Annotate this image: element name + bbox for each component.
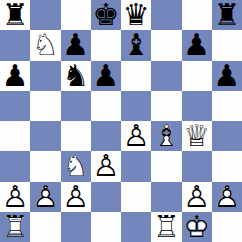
square-f4[interactable]: ♝♗	[151, 121, 181, 151]
square-g3[interactable]	[182, 151, 212, 181]
square-b4[interactable]	[30, 121, 60, 151]
square-g6[interactable]	[182, 61, 212, 91]
square-a8[interactable]: ♜	[0, 0, 30, 30]
square-c3[interactable]: ♞♘	[61, 151, 91, 181]
square-c5[interactable]	[61, 91, 91, 121]
white-pawn-outline: ♙	[121, 121, 151, 151]
square-a7[interactable]	[0, 30, 30, 60]
white-bishop[interactable]: ♝♗	[151, 121, 181, 151]
white-king[interactable]: ♚♔	[182, 212, 212, 242]
square-b1[interactable]	[30, 212, 60, 242]
square-a4[interactable]	[0, 121, 30, 151]
white-rook-outline: ♖	[151, 212, 181, 242]
square-f2[interactable]	[151, 182, 181, 212]
square-h2[interactable]: ♟♙	[212, 182, 242, 212]
black-pawn-glyph: ♟	[212, 61, 242, 91]
square-c1[interactable]	[61, 212, 91, 242]
square-b2[interactable]: ♟♙	[30, 182, 60, 212]
square-e4[interactable]: ♟♙	[121, 121, 151, 151]
black-bishop-glyph: ♝	[121, 30, 151, 60]
black-pawn-glyph: ♟	[91, 61, 121, 91]
white-pawn[interactable]: ♟♙	[30, 182, 60, 212]
square-a1[interactable]: ♜♖	[0, 212, 30, 242]
white-pawn-outline: ♙	[61, 182, 91, 212]
square-g8[interactable]	[182, 0, 212, 30]
white-pawn[interactable]: ♟♙	[0, 182, 30, 212]
square-h8[interactable]: ♜	[212, 0, 242, 30]
square-c6[interactable]: ♞	[61, 61, 91, 91]
square-f8[interactable]	[151, 0, 181, 30]
black-pawn[interactable]: ♟	[182, 30, 212, 60]
square-b3[interactable]	[30, 151, 60, 181]
square-d7[interactable]	[91, 30, 121, 60]
square-f1[interactable]: ♜♖	[151, 212, 181, 242]
square-c7[interactable]: ♟	[61, 30, 91, 60]
square-f7[interactable]	[151, 30, 181, 60]
square-e8[interactable]: ♛	[121, 0, 151, 30]
black-king[interactable]: ♚	[91, 0, 121, 30]
square-b6[interactable]	[30, 61, 60, 91]
white-knight-outline: ♘	[61, 151, 91, 181]
black-rook-glyph: ♜	[212, 0, 242, 30]
white-queen[interactable]: ♛♕	[182, 121, 212, 151]
black-pawn-glyph: ♟	[0, 61, 30, 91]
white-rook[interactable]: ♜♖	[151, 212, 181, 242]
square-e7[interactable]: ♝	[121, 30, 151, 60]
black-rook[interactable]: ♜	[212, 0, 242, 30]
white-pawn[interactable]: ♟♙	[91, 151, 121, 181]
black-bishop[interactable]: ♝	[121, 30, 151, 60]
square-c8[interactable]	[61, 0, 91, 30]
white-pawn-outline: ♙	[212, 182, 242, 212]
square-b5[interactable]	[30, 91, 60, 121]
square-e1[interactable]	[121, 212, 151, 242]
black-king-glyph: ♚	[91, 0, 121, 30]
square-e3[interactable]	[121, 151, 151, 181]
square-g5[interactable]	[182, 91, 212, 121]
square-d4[interactable]	[91, 121, 121, 151]
square-d3[interactable]: ♟♙	[91, 151, 121, 181]
square-b8[interactable]	[30, 0, 60, 30]
white-pawn[interactable]: ♟♙	[182, 182, 212, 212]
square-a2[interactable]: ♟♙	[0, 182, 30, 212]
square-f5[interactable]	[151, 91, 181, 121]
white-knight[interactable]: ♞♘	[30, 30, 60, 60]
square-f3[interactable]	[151, 151, 181, 181]
square-c2[interactable]: ♟♙	[61, 182, 91, 212]
chess-board: ♜♚♛♜♞♘♟♝♟♟♞♟♟♟♙♝♗♛♕♞♘♟♙♟♙♟♙♟♙♟♙♟♙♜♖♜♖♚♔	[0, 0, 242, 242]
square-h6[interactable]: ♟	[212, 61, 242, 91]
square-d2[interactable]	[91, 182, 121, 212]
square-h4[interactable]	[212, 121, 242, 151]
black-queen[interactable]: ♛	[121, 0, 151, 30]
square-h7[interactable]	[212, 30, 242, 60]
square-a3[interactable]	[0, 151, 30, 181]
square-e6[interactable]	[121, 61, 151, 91]
white-pawn-outline: ♙	[30, 182, 60, 212]
white-pawn-outline: ♙	[0, 182, 30, 212]
black-knight-glyph: ♞	[61, 61, 91, 91]
square-h3[interactable]	[212, 151, 242, 181]
white-knight-outline: ♘	[30, 30, 60, 60]
black-rook[interactable]: ♜	[0, 0, 30, 30]
white-king-outline: ♔	[182, 212, 212, 242]
square-f6[interactable]	[151, 61, 181, 91]
white-rook-outline: ♖	[0, 212, 30, 242]
white-pawn[interactable]: ♟♙	[121, 121, 151, 151]
square-e5[interactable]	[121, 91, 151, 121]
square-h5[interactable]	[212, 91, 242, 121]
black-pawn[interactable]: ♟	[212, 61, 242, 91]
black-rook-glyph: ♜	[0, 0, 30, 30]
white-queen-outline: ♕	[182, 121, 212, 151]
white-knight[interactable]: ♞♘	[61, 151, 91, 181]
white-pawn-outline: ♙	[91, 151, 121, 181]
square-g2[interactable]: ♟♙	[182, 182, 212, 212]
white-pawn[interactable]: ♟♙	[61, 182, 91, 212]
white-bishop-outline: ♗	[151, 121, 181, 151]
white-pawn-outline: ♙	[182, 182, 212, 212]
square-d5[interactable]	[91, 91, 121, 121]
square-g4[interactable]: ♛♕	[182, 121, 212, 151]
white-rook[interactable]: ♜♖	[0, 212, 30, 242]
white-pawn[interactable]: ♟♙	[212, 182, 242, 212]
black-pawn-glyph: ♟	[182, 30, 212, 60]
square-e2[interactable]	[121, 182, 151, 212]
square-g1[interactable]: ♚♔	[182, 212, 212, 242]
black-pawn-glyph: ♟	[61, 30, 91, 60]
black-pawn[interactable]: ♟	[0, 61, 30, 91]
square-c4[interactable]	[61, 121, 91, 151]
black-knight[interactable]: ♞	[61, 61, 91, 91]
square-d6[interactable]: ♟	[91, 61, 121, 91]
square-b7[interactable]: ♞♘	[30, 30, 60, 60]
black-pawn[interactable]: ♟	[91, 61, 121, 91]
square-a5[interactable]	[0, 91, 30, 121]
black-queen-glyph: ♛	[121, 0, 151, 30]
square-a6[interactable]: ♟	[0, 61, 30, 91]
square-d8[interactable]: ♚	[91, 0, 121, 30]
square-g7[interactable]: ♟	[182, 30, 212, 60]
square-d1[interactable]	[91, 212, 121, 242]
black-pawn[interactable]: ♟	[61, 30, 91, 60]
square-h1[interactable]	[212, 212, 242, 242]
